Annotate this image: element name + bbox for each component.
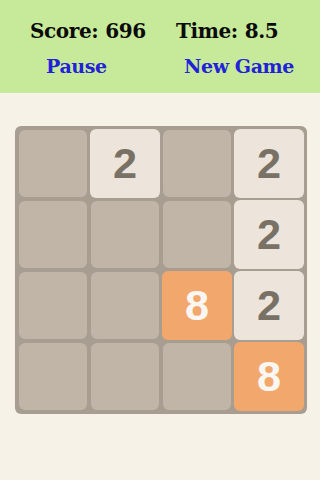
empty-cell bbox=[19, 130, 87, 197]
tile-2: 2 bbox=[234, 129, 304, 198]
time-value: 8.5 bbox=[245, 19, 279, 43]
empty-cell bbox=[19, 272, 87, 339]
empty-cell bbox=[91, 272, 159, 339]
empty-cell bbox=[19, 201, 87, 268]
empty-cell bbox=[163, 343, 231, 410]
score-label: Score: bbox=[30, 19, 98, 43]
pause-button[interactable]: Pause bbox=[46, 57, 107, 76]
tile-8: 8 bbox=[162, 271, 232, 340]
tile-2: 2 bbox=[234, 200, 304, 269]
time-label: Time: bbox=[176, 19, 238, 43]
empty-cell bbox=[163, 130, 231, 197]
empty-cell bbox=[91, 343, 159, 410]
empty-cell bbox=[19, 343, 87, 410]
time-display: Time:8.5 bbox=[176, 21, 278, 41]
score-value: 696 bbox=[105, 19, 146, 43]
empty-cell bbox=[91, 201, 159, 268]
score-display: Score:696 bbox=[30, 21, 146, 41]
tile-2: 2 bbox=[90, 129, 160, 198]
board[interactable]: 222828 bbox=[15, 126, 307, 414]
header-bar: Score:696 Time:8.5 Pause New Game bbox=[0, 0, 320, 93]
empty-cell bbox=[163, 201, 231, 268]
tile-2: 2 bbox=[234, 271, 304, 340]
app-screen: Score:696 Time:8.5 Pause New Game 222828 bbox=[0, 0, 320, 480]
new-game-button[interactable]: New Game bbox=[184, 57, 294, 76]
tile-8: 8 bbox=[234, 342, 304, 411]
